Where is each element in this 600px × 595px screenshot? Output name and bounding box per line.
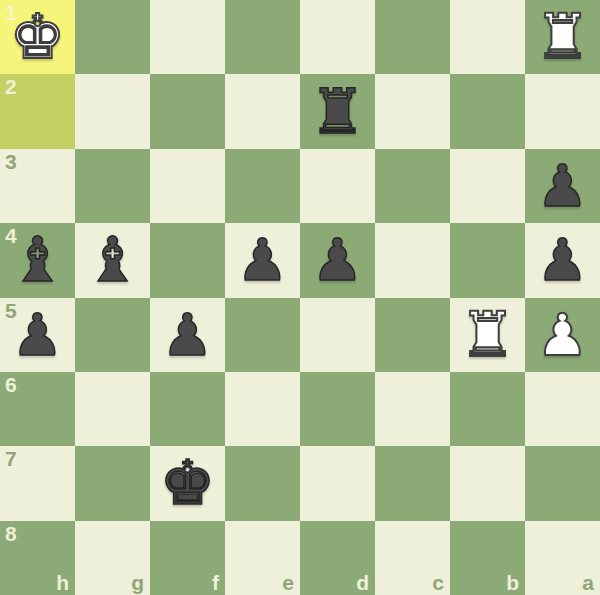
- file-label-h: h: [56, 572, 69, 593]
- square-e2[interactable]: [225, 74, 300, 148]
- square-g1[interactable]: [75, 0, 150, 74]
- piece-black-bishop[interactable]: ♝: [85, 229, 141, 291]
- file-label-f: f: [212, 572, 219, 593]
- file-label-e: e: [282, 572, 294, 593]
- square-d5[interactable]: [300, 298, 375, 372]
- square-e4[interactable]: ♟: [225, 223, 300, 297]
- square-b1[interactable]: [450, 0, 525, 74]
- square-c6[interactable]: [375, 372, 450, 446]
- chess-board-container: 1♚♜2♜3♟4♝♝♟♟♟5♟♟♜♟67♚8hgfedcba: [0, 0, 600, 595]
- square-e3[interactable]: [225, 149, 300, 223]
- file-label-b: b: [506, 572, 519, 593]
- square-d2[interactable]: ♜: [300, 74, 375, 148]
- piece-white-king[interactable]: ♚: [10, 6, 66, 68]
- file-label-a: a: [582, 572, 594, 593]
- square-a3[interactable]: ♟: [525, 149, 600, 223]
- file-label-g: g: [131, 572, 144, 593]
- square-h7[interactable]: 7: [0, 446, 75, 520]
- square-g5[interactable]: [75, 298, 150, 372]
- square-h1[interactable]: 1♚: [0, 0, 75, 74]
- square-c8[interactable]: c: [375, 521, 450, 595]
- rank-label-6: 6: [5, 374, 17, 395]
- rank-label-2: 2: [5, 76, 17, 97]
- square-b4[interactable]: [450, 223, 525, 297]
- piece-black-pawn[interactable]: ♟: [12, 306, 64, 364]
- piece-black-king[interactable]: ♚: [160, 452, 216, 514]
- square-h4[interactable]: 4♝: [0, 223, 75, 297]
- piece-black-pawn[interactable]: ♟: [237, 231, 289, 289]
- square-e7[interactable]: [225, 446, 300, 520]
- square-c3[interactable]: [375, 149, 450, 223]
- piece-white-rook[interactable]: ♜: [535, 6, 591, 68]
- square-a2[interactable]: [525, 74, 600, 148]
- square-f2[interactable]: [150, 74, 225, 148]
- square-d4[interactable]: ♟: [300, 223, 375, 297]
- square-h8[interactable]: 8h: [0, 521, 75, 595]
- file-label-d: d: [356, 572, 369, 593]
- piece-white-rook[interactable]: ♜: [460, 304, 516, 366]
- square-g4[interactable]: ♝: [75, 223, 150, 297]
- square-e1[interactable]: [225, 0, 300, 74]
- square-g3[interactable]: [75, 149, 150, 223]
- file-label-c: c: [432, 572, 444, 593]
- rank-label-8: 8: [5, 523, 17, 544]
- square-f5[interactable]: ♟: [150, 298, 225, 372]
- square-e6[interactable]: [225, 372, 300, 446]
- square-f6[interactable]: [150, 372, 225, 446]
- square-a6[interactable]: [525, 372, 600, 446]
- square-d6[interactable]: [300, 372, 375, 446]
- square-d1[interactable]: [300, 0, 375, 74]
- square-b5[interactable]: ♜: [450, 298, 525, 372]
- rank-label-3: 3: [5, 151, 17, 172]
- square-b7[interactable]: [450, 446, 525, 520]
- square-g2[interactable]: [75, 74, 150, 148]
- square-a4[interactable]: ♟: [525, 223, 600, 297]
- piece-black-pawn[interactable]: ♟: [537, 157, 589, 215]
- square-c4[interactable]: [375, 223, 450, 297]
- chess-board: 1♚♜2♜3♟4♝♝♟♟♟5♟♟♜♟67♚8hgfedcba: [0, 0, 600, 595]
- square-d7[interactable]: [300, 446, 375, 520]
- piece-black-pawn[interactable]: ♟: [162, 306, 214, 364]
- square-f1[interactable]: [150, 0, 225, 74]
- square-f4[interactable]: [150, 223, 225, 297]
- square-a1[interactable]: ♜: [525, 0, 600, 74]
- square-a8[interactable]: a: [525, 521, 600, 595]
- square-b3[interactable]: [450, 149, 525, 223]
- square-g6[interactable]: [75, 372, 150, 446]
- square-c1[interactable]: [375, 0, 450, 74]
- square-h3[interactable]: 3: [0, 149, 75, 223]
- piece-black-rook[interactable]: ♜: [310, 81, 366, 143]
- square-f7[interactable]: ♚: [150, 446, 225, 520]
- square-h2[interactable]: 2: [0, 74, 75, 148]
- square-d3[interactable]: [300, 149, 375, 223]
- square-g7[interactable]: [75, 446, 150, 520]
- rank-label-7: 7: [5, 448, 17, 469]
- square-h6[interactable]: 6: [0, 372, 75, 446]
- square-c5[interactable]: [375, 298, 450, 372]
- piece-black-pawn[interactable]: ♟: [537, 231, 589, 289]
- square-b6[interactable]: [450, 372, 525, 446]
- square-h5[interactable]: 5♟: [0, 298, 75, 372]
- square-a5[interactable]: ♟: [525, 298, 600, 372]
- square-b2[interactable]: [450, 74, 525, 148]
- square-g8[interactable]: g: [75, 521, 150, 595]
- square-e8[interactable]: e: [225, 521, 300, 595]
- square-d8[interactable]: d: [300, 521, 375, 595]
- square-b8[interactable]: b: [450, 521, 525, 595]
- square-e5[interactable]: [225, 298, 300, 372]
- square-f8[interactable]: f: [150, 521, 225, 595]
- square-c2[interactable]: [375, 74, 450, 148]
- piece-black-pawn[interactable]: ♟: [312, 231, 364, 289]
- square-a7[interactable]: [525, 446, 600, 520]
- square-f3[interactable]: [150, 149, 225, 223]
- square-c7[interactable]: [375, 446, 450, 520]
- piece-white-pawn[interactable]: ♟: [537, 306, 589, 364]
- piece-black-bishop[interactable]: ♝: [10, 229, 66, 291]
